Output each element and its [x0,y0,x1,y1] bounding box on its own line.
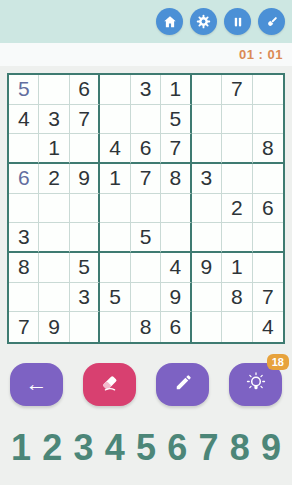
cell-r2c4[interactable] [100,105,130,135]
cell-r8c8[interactable]: 8 [222,283,252,313]
cell-r7c4[interactable] [100,253,130,283]
cell-r4c9[interactable] [253,164,283,194]
cell-r4c7[interactable]: 3 [192,164,222,194]
lightbulb-icon [244,371,268,398]
cell-r5c3[interactable] [70,194,100,224]
numpad-2[interactable]: 2 [42,430,62,466]
settings-button[interactable] [190,8,217,35]
cell-r3c7[interactable] [192,134,222,164]
cell-r1c8[interactable]: 7 [222,75,252,105]
cell-r3c4[interactable]: 4 [100,134,130,164]
cell-r2c5[interactable] [131,105,161,135]
numpad-5[interactable]: 5 [136,430,156,466]
cell-r5c2[interactable] [39,194,69,224]
cell-r4c6[interactable]: 8 [161,164,191,194]
cell-r8c2[interactable] [39,283,69,313]
cell-r9c7[interactable] [192,312,222,342]
undo-button[interactable]: ← [10,363,63,406]
cell-r7c8[interactable]: 1 [222,253,252,283]
numpad-4[interactable]: 4 [105,430,125,466]
cell-r3c1[interactable] [9,134,39,164]
arrow-left-icon: ← [26,373,48,395]
cell-r6c9[interactable] [253,223,283,253]
cell-r7c7[interactable]: 9 [192,253,222,283]
cell-r2c2[interactable]: 3 [39,105,69,135]
theme-brush-icon [264,14,280,30]
cell-r3c5[interactable]: 6 [131,134,161,164]
cell-r2c9[interactable] [253,105,283,135]
number-pad: 1 2 3 4 5 6 7 8 9 [0,430,292,466]
hint-button[interactable]: 18 [229,363,282,406]
cell-r7c5[interactable] [131,253,161,283]
cell-r1c5[interactable]: 3 [131,75,161,105]
cell-r3c6[interactable]: 7 [161,134,191,164]
notes-button[interactable] [156,363,209,406]
cell-r4c3[interactable]: 9 [70,164,100,194]
cell-r4c2[interactable]: 2 [39,164,69,194]
cell-r9c2[interactable]: 9 [39,312,69,342]
cell-r3c8[interactable] [222,134,252,164]
cell-r2c3[interactable]: 7 [70,105,100,135]
cell-r8c7[interactable] [192,283,222,313]
cell-r7c1[interactable]: 8 [9,253,39,283]
cell-r9c6[interactable]: 6 [161,312,191,342]
toolbar: ← [0,363,292,406]
cell-r9c9[interactable]: 4 [253,312,283,342]
sudoku-board: 5631743751467862917832635854913598779864 [7,73,285,344]
cell-r3c3[interactable] [70,134,100,164]
settings-gear-icon [195,13,212,30]
pause-button[interactable] [224,8,251,35]
theme-button[interactable] [258,8,285,35]
hint-count-badge: 18 [267,354,289,370]
cell-r4c5[interactable]: 7 [131,164,161,194]
cell-r6c2[interactable] [39,223,69,253]
cell-r2c8[interactable] [222,105,252,135]
cell-r5c1[interactable] [9,194,39,224]
numpad-3[interactable]: 3 [73,430,93,466]
cell-r8c9[interactable]: 7 [253,283,283,313]
cell-r6c8[interactable] [222,223,252,253]
cell-r4c8[interactable] [222,164,252,194]
timer-strip: 01 : 01 [0,43,292,66]
cell-r1c3[interactable]: 6 [70,75,100,105]
cell-r5c4[interactable] [100,194,130,224]
cell-r6c7[interactable] [192,223,222,253]
cell-r9c4[interactable] [100,312,130,342]
cell-r5c8[interactable]: 2 [222,194,252,224]
home-button[interactable] [156,8,183,35]
cell-r1c1[interactable]: 5 [9,75,39,105]
top-bar [0,0,292,43]
numpad-1[interactable]: 1 [11,430,31,466]
cell-r7c9[interactable] [253,253,283,283]
cell-r6c3[interactable] [70,223,100,253]
eraser-icon [99,372,121,397]
cell-r5c5[interactable] [131,194,161,224]
cell-r6c5[interactable]: 5 [131,223,161,253]
cell-r5c9[interactable]: 6 [253,194,283,224]
numpad-6[interactable]: 6 [167,430,187,466]
cell-r3c9[interactable]: 8 [253,134,283,164]
cell-r2c6[interactable]: 5 [161,105,191,135]
cell-r1c2[interactable] [39,75,69,105]
cell-r7c6[interactable]: 4 [161,253,191,283]
cell-r4c4[interactable]: 1 [100,164,130,194]
cell-r8c1[interactable] [9,283,39,313]
cell-r7c2[interactable] [39,253,69,283]
home-icon [162,14,178,30]
cell-r2c7[interactable] [192,105,222,135]
cell-r9c3[interactable] [70,312,100,342]
cell-r3c2[interactable]: 1 [39,134,69,164]
cell-r8c4[interactable]: 5 [100,283,130,313]
numpad-8[interactable]: 8 [230,430,250,466]
cell-r2c1[interactable]: 4 [9,105,39,135]
cell-r6c4[interactable] [100,223,130,253]
numpad-9[interactable]: 9 [261,430,281,466]
cell-r1c6[interactable]: 1 [161,75,191,105]
cell-r6c1[interactable]: 3 [9,223,39,253]
pencil-icon [173,373,193,396]
cell-r8c3[interactable]: 3 [70,283,100,313]
cell-r5c6[interactable] [161,194,191,224]
cell-r4c1[interactable]: 6 [9,164,39,194]
numpad-7[interactable]: 7 [198,430,218,466]
cell-r8c6[interactable]: 9 [161,283,191,313]
erase-button[interactable] [83,363,136,406]
cell-r9c5[interactable]: 8 [131,312,161,342]
cell-r5c7[interactable] [192,194,222,224]
cell-r6c6[interactable] [161,223,191,253]
cell-r1c7[interactable] [192,75,222,105]
cell-r7c3[interactable]: 5 [70,253,100,283]
cell-r8c5[interactable] [131,283,161,313]
cell-r9c8[interactable] [222,312,252,342]
pause-icon [231,15,245,29]
cell-r1c9[interactable] [253,75,283,105]
timer: 01 : 01 [239,47,283,62]
cell-r9c1[interactable]: 7 [9,312,39,342]
cell-r1c4[interactable] [100,75,130,105]
